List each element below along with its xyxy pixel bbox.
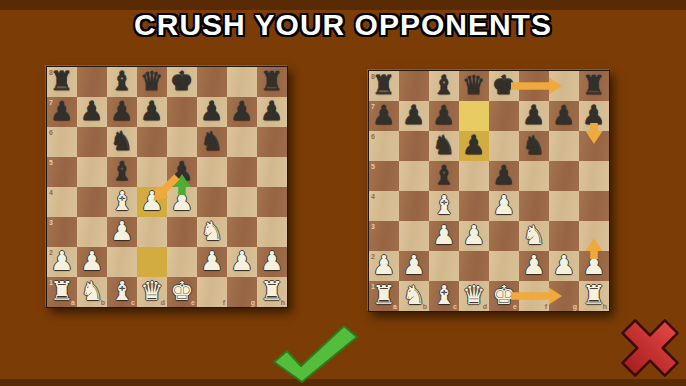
white-knight: ♞ — [197, 217, 227, 247]
square-d1: ♛d — [459, 281, 489, 311]
square-b1: ♞b — [399, 281, 429, 311]
white-pawn: ♟ — [137, 187, 167, 217]
square-f5 — [519, 161, 549, 191]
square-a6: 6 — [47, 127, 77, 157]
square-f2: ♟ — [197, 247, 227, 277]
square-e3 — [167, 217, 197, 247]
black-pawn: ♟ — [167, 157, 197, 187]
square-f7: ♟ — [519, 101, 549, 131]
square-e1: ♚e — [489, 281, 519, 311]
file-label-g: g — [573, 303, 577, 310]
square-a6: 6 — [369, 131, 399, 161]
square-b7: ♟ — [77, 97, 107, 127]
black-pawn: ♟ — [227, 97, 257, 127]
square-d1: ♛d — [137, 277, 167, 307]
square-b2: ♟ — [399, 251, 429, 281]
black-pawn: ♟ — [489, 161, 519, 191]
black-pawn: ♟ — [107, 97, 137, 127]
square-e5: ♟ — [489, 161, 519, 191]
square-a4: 4 — [369, 191, 399, 221]
square-d2 — [137, 247, 167, 277]
square-a2: ♟2 — [47, 247, 77, 277]
square-h2: ♟ — [579, 251, 609, 281]
square-b3 — [399, 221, 429, 251]
square-h1: ♜h — [257, 277, 287, 307]
square-g6 — [227, 127, 257, 157]
square-h5 — [579, 161, 609, 191]
square-f1: f — [519, 281, 549, 311]
square-a3: 3 — [47, 217, 77, 247]
black-king: ♚ — [167, 67, 197, 97]
black-rook: ♜ — [369, 71, 399, 101]
square-b3 — [77, 217, 107, 247]
square-a8: ♜8 — [47, 67, 77, 97]
black-pawn: ♟ — [47, 97, 77, 127]
white-rook: ♜ — [47, 277, 77, 307]
square-a7: ♟7 — [47, 97, 77, 127]
black-pawn: ♟ — [549, 101, 579, 131]
black-knight: ♞ — [197, 127, 227, 157]
white-pawn: ♟ — [399, 251, 429, 281]
black-knight: ♞ — [429, 131, 459, 161]
square-d3: ♟ — [459, 221, 489, 251]
square-h8: ♜ — [257, 67, 287, 97]
square-e1: ♚e — [167, 277, 197, 307]
square-b6 — [77, 127, 107, 157]
black-knight: ♞ — [519, 131, 549, 161]
black-bishop: ♝ — [107, 67, 137, 97]
square-b8 — [399, 71, 429, 101]
white-pawn: ♟ — [549, 251, 579, 281]
square-a1: ♜1a — [369, 281, 399, 311]
square-f2: ♟ — [519, 251, 549, 281]
square-c2 — [107, 247, 137, 277]
square-g3 — [227, 217, 257, 247]
white-pawn: ♟ — [579, 251, 609, 281]
rank-label-3: 3 — [49, 219, 53, 226]
square-h7: ♟ — [579, 101, 609, 131]
square-h1: ♜h — [579, 281, 609, 311]
rank-label-6: 6 — [49, 129, 53, 136]
square-c3: ♟ — [429, 221, 459, 251]
square-f6: ♞ — [519, 131, 549, 161]
white-pawn: ♟ — [167, 187, 197, 217]
square-g8 — [549, 71, 579, 101]
white-bishop: ♝ — [429, 191, 459, 221]
white-bishop: ♝ — [107, 187, 137, 217]
square-c8: ♝ — [429, 71, 459, 101]
square-h3 — [579, 221, 609, 251]
square-b7: ♟ — [399, 101, 429, 131]
white-pawn: ♟ — [369, 251, 399, 281]
square-h5 — [257, 157, 287, 187]
white-knight: ♞ — [399, 281, 429, 311]
square-e5: ♟ — [167, 157, 197, 187]
square-g1: g — [549, 281, 579, 311]
square-a3: 3 — [369, 221, 399, 251]
square-d4: ♟ — [137, 187, 167, 217]
white-pawn: ♟ — [519, 251, 549, 281]
black-pawn: ♟ — [369, 101, 399, 131]
square-c7: ♟ — [107, 97, 137, 127]
square-c2 — [429, 251, 459, 281]
square-d5 — [459, 161, 489, 191]
black-pawn: ♟ — [519, 101, 549, 131]
square-d6: ♟ — [459, 131, 489, 161]
square-e4: ♟ — [167, 187, 197, 217]
square-f7: ♟ — [197, 97, 227, 127]
black-pawn: ♟ — [399, 101, 429, 131]
square-d2 — [459, 251, 489, 281]
square-g7: ♟ — [549, 101, 579, 131]
white-knight: ♞ — [519, 221, 549, 251]
square-a2: ♟2 — [369, 251, 399, 281]
white-rook: ♜ — [579, 281, 609, 311]
black-pawn: ♟ — [197, 97, 227, 127]
square-e2 — [489, 251, 519, 281]
square-b4 — [77, 187, 107, 217]
square-g4 — [549, 191, 579, 221]
square-b1: ♞b — [77, 277, 107, 307]
square-e8: ♚ — [489, 71, 519, 101]
square-e6 — [489, 131, 519, 161]
square-d7: ♟ — [137, 97, 167, 127]
square-b8 — [77, 67, 107, 97]
rank-label-6: 6 — [371, 133, 375, 140]
square-f8 — [519, 71, 549, 101]
square-a1: ♜1a — [47, 277, 77, 307]
white-pawn: ♟ — [489, 191, 519, 221]
square-f6: ♞ — [197, 127, 227, 157]
square-e3 — [489, 221, 519, 251]
square-c6: ♞ — [107, 127, 137, 157]
white-queen: ♛ — [137, 277, 167, 307]
black-pawn: ♟ — [77, 97, 107, 127]
white-pawn: ♟ — [107, 217, 137, 247]
square-g1: g — [227, 277, 257, 307]
square-b2: ♟ — [77, 247, 107, 277]
square-c5: ♝ — [429, 161, 459, 191]
rank-label-4: 4 — [49, 189, 53, 196]
white-pawn: ♟ — [257, 247, 287, 277]
black-queen: ♛ — [459, 71, 489, 101]
board-grid: ♜8♝♛♚♜♟7♟♟♟♟♟♟6♞♞5♝♟4♝♟♟3♟♞♟2♟♟♟♟♜1a♞b♝c… — [46, 66, 288, 308]
square-g4 — [227, 187, 257, 217]
black-queen: ♛ — [137, 67, 167, 97]
square-h4 — [257, 187, 287, 217]
black-rook: ♜ — [257, 67, 287, 97]
file-label-f: f — [223, 299, 225, 306]
square-e7 — [167, 97, 197, 127]
square-d5 — [137, 157, 167, 187]
square-e8: ♚ — [167, 67, 197, 97]
white-queen: ♛ — [459, 281, 489, 311]
square-g2: ♟ — [227, 247, 257, 277]
square-c6: ♞ — [429, 131, 459, 161]
white-pawn: ♟ — [227, 247, 257, 277]
square-f1: f — [197, 277, 227, 307]
square-g8 — [227, 67, 257, 97]
white-pawn: ♟ — [77, 247, 107, 277]
black-pawn: ♟ — [257, 97, 287, 127]
square-a5: 5 — [47, 157, 77, 187]
black-pawn: ♟ — [429, 101, 459, 131]
board-grid: ♜8♝♛♚♜♟7♟♟♟♟♟6♞♟♞5♝♟4♝♟3♟♟♞♟2♟♟♟♟♜1a♞b♝c… — [368, 70, 610, 312]
file-label-g: g — [251, 299, 255, 306]
square-a5: 5 — [369, 161, 399, 191]
white-pawn: ♟ — [459, 221, 489, 251]
white-pawn: ♟ — [47, 247, 77, 277]
chess-board-bad-line: ♜8♝♛♚♜♟7♟♟♟♟♟6♞♟♞5♝♟4♝♟3♟♟♞♟2♟♟♟♟♜1a♞b♝c… — [368, 70, 610, 312]
square-c5: ♝ — [107, 157, 137, 187]
square-c7: ♟ — [429, 101, 459, 131]
black-king: ♚ — [489, 71, 519, 101]
black-bishop: ♝ — [429, 161, 459, 191]
checkmark-icon — [268, 322, 362, 384]
cross-icon — [616, 314, 684, 382]
square-g6 — [549, 131, 579, 161]
chess-board-good-line: ♜8♝♛♚♜♟7♟♟♟♟♟♟6♞♞5♝♟4♝♟♟3♟♞♟2♟♟♟♟♜1a♞b♝c… — [46, 66, 288, 308]
square-e4: ♟ — [489, 191, 519, 221]
rank-label-5: 5 — [371, 163, 375, 170]
file-label-f: f — [545, 303, 547, 310]
black-knight: ♞ — [107, 127, 137, 157]
white-pawn: ♟ — [429, 221, 459, 251]
square-h4 — [579, 191, 609, 221]
square-b4 — [399, 191, 429, 221]
square-e2 — [167, 247, 197, 277]
rank-label-3: 3 — [371, 223, 375, 230]
square-b5 — [399, 161, 429, 191]
square-f5 — [197, 157, 227, 187]
black-pawn: ♟ — [579, 101, 609, 131]
white-rook: ♜ — [369, 281, 399, 311]
square-d7 — [459, 101, 489, 131]
square-h2: ♟ — [257, 247, 287, 277]
white-bishop: ♝ — [429, 281, 459, 311]
square-c8: ♝ — [107, 67, 137, 97]
square-h7: ♟ — [257, 97, 287, 127]
square-f4 — [519, 191, 549, 221]
square-h6 — [579, 131, 609, 161]
rank-label-5: 5 — [49, 159, 53, 166]
square-c1: ♝c — [107, 277, 137, 307]
square-f3: ♞ — [519, 221, 549, 251]
white-knight: ♞ — [77, 277, 107, 307]
square-g7: ♟ — [227, 97, 257, 127]
square-h8: ♜ — [579, 71, 609, 101]
square-f8 — [197, 67, 227, 97]
square-d6 — [137, 127, 167, 157]
black-bishop: ♝ — [429, 71, 459, 101]
square-b6 — [399, 131, 429, 161]
square-c4: ♝ — [107, 187, 137, 217]
square-g2: ♟ — [549, 251, 579, 281]
white-bishop: ♝ — [107, 277, 137, 307]
square-c3: ♟ — [107, 217, 137, 247]
square-a7: ♟7 — [369, 101, 399, 131]
black-bishop: ♝ — [107, 157, 137, 187]
square-c4: ♝ — [429, 191, 459, 221]
square-d8: ♛ — [137, 67, 167, 97]
square-d4 — [459, 191, 489, 221]
black-pawn: ♟ — [459, 131, 489, 161]
square-f4 — [197, 187, 227, 217]
black-pawn: ♟ — [137, 97, 167, 127]
square-g5 — [549, 161, 579, 191]
white-king: ♚ — [167, 277, 197, 307]
page-title: CRUSH YOUR OPPONENTS — [0, 8, 686, 42]
thumbnail-stage: CRUSH YOUR OPPONENTS ♜8♝♛♚♜♟7♟♟♟♟♟♟6♞♞5♝… — [0, 0, 686, 386]
square-f3: ♞ — [197, 217, 227, 247]
white-king: ♚ — [489, 281, 519, 311]
square-d3 — [137, 217, 167, 247]
rank-label-4: 4 — [371, 193, 375, 200]
square-e6 — [167, 127, 197, 157]
square-g3 — [549, 221, 579, 251]
square-g5 — [227, 157, 257, 187]
square-c1: ♝c — [429, 281, 459, 311]
square-h3 — [257, 217, 287, 247]
black-rook: ♜ — [579, 71, 609, 101]
square-a4: 4 — [47, 187, 77, 217]
square-e7 — [489, 101, 519, 131]
square-h6 — [257, 127, 287, 157]
square-a8: ♜8 — [369, 71, 399, 101]
white-rook: ♜ — [257, 277, 287, 307]
square-d8: ♛ — [459, 71, 489, 101]
black-rook: ♜ — [47, 67, 77, 97]
square-b5 — [77, 157, 107, 187]
white-pawn: ♟ — [197, 247, 227, 277]
